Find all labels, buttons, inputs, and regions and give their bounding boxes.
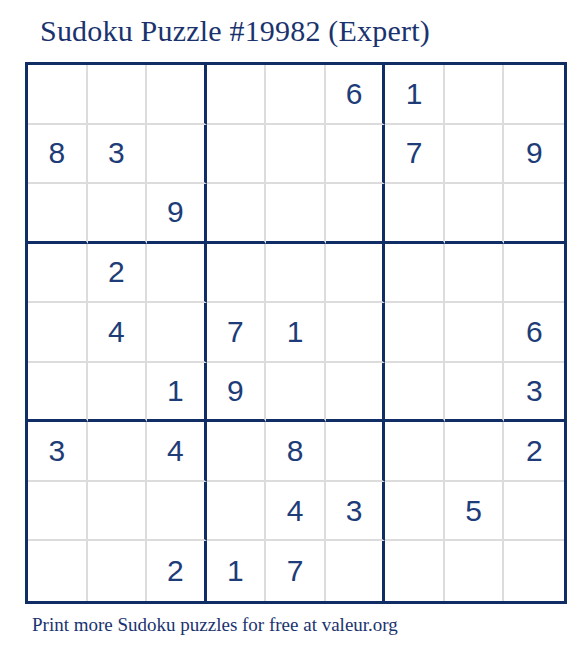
cell-r5c2[interactable]: 4 <box>88 303 148 363</box>
cell-r3c5[interactable] <box>266 184 326 244</box>
cell-r8c6[interactable]: 3 <box>326 482 386 542</box>
cell-r7c2[interactable] <box>88 422 148 482</box>
footer-text: Print more Sudoku puzzles for free at va… <box>32 614 398 636</box>
cell-r2c7[interactable]: 7 <box>385 125 445 185</box>
cell-r1c6[interactable]: 6 <box>326 65 386 125</box>
cell-r3c1[interactable] <box>28 184 88 244</box>
cell-r4c8[interactable] <box>445 244 505 304</box>
cell-r8c1[interactable] <box>28 482 88 542</box>
cell-r8c4[interactable] <box>207 482 267 542</box>
cell-r3c4[interactable] <box>207 184 267 244</box>
cell-r4c7[interactable] <box>385 244 445 304</box>
cell-r6c2[interactable] <box>88 363 148 423</box>
cell-r9c4[interactable]: 1 <box>207 541 267 601</box>
sudoku-board: 6183799247161933482435217 <box>25 62 567 604</box>
cell-r6c4[interactable]: 9 <box>207 363 267 423</box>
cell-r9c5[interactable]: 7 <box>266 541 326 601</box>
cell-r1c7[interactable]: 1 <box>385 65 445 125</box>
cell-r7c6[interactable] <box>326 422 386 482</box>
cell-r3c7[interactable] <box>385 184 445 244</box>
cell-r5c3[interactable] <box>147 303 207 363</box>
cell-r2c5[interactable] <box>266 125 326 185</box>
cell-r2c9[interactable]: 9 <box>504 125 564 185</box>
cell-r6c8[interactable] <box>445 363 505 423</box>
cell-r3c2[interactable] <box>88 184 148 244</box>
cell-r3c8[interactable] <box>445 184 505 244</box>
cell-r5c5[interactable]: 1 <box>266 303 326 363</box>
cell-r7c5[interactable]: 8 <box>266 422 326 482</box>
cell-r3c6[interactable] <box>326 184 386 244</box>
cell-r3c3[interactable]: 9 <box>147 184 207 244</box>
cell-r1c9[interactable] <box>504 65 564 125</box>
cell-r6c9[interactable]: 3 <box>504 363 564 423</box>
cell-r6c7[interactable] <box>385 363 445 423</box>
cell-r4c4[interactable] <box>207 244 267 304</box>
cell-r2c3[interactable] <box>147 125 207 185</box>
cell-r2c1[interactable]: 8 <box>28 125 88 185</box>
cell-r5c4[interactable]: 7 <box>207 303 267 363</box>
cell-r5c7[interactable] <box>385 303 445 363</box>
cell-r9c2[interactable] <box>88 541 148 601</box>
cell-r9c3[interactable]: 2 <box>147 541 207 601</box>
cell-r1c2[interactable] <box>88 65 148 125</box>
cell-r9c6[interactable] <box>326 541 386 601</box>
cell-r8c3[interactable] <box>147 482 207 542</box>
cell-r4c3[interactable] <box>147 244 207 304</box>
cell-r3c9[interactable] <box>504 184 564 244</box>
cell-r8c8[interactable]: 5 <box>445 482 505 542</box>
cell-r9c9[interactable] <box>504 541 564 601</box>
cell-r1c8[interactable] <box>445 65 505 125</box>
cell-r1c3[interactable] <box>147 65 207 125</box>
cell-r8c9[interactable] <box>504 482 564 542</box>
cell-r1c1[interactable] <box>28 65 88 125</box>
cell-r6c1[interactable] <box>28 363 88 423</box>
cell-r4c5[interactable] <box>266 244 326 304</box>
cell-r7c3[interactable]: 4 <box>147 422 207 482</box>
cell-r1c5[interactable] <box>266 65 326 125</box>
cell-r8c2[interactable] <box>88 482 148 542</box>
cell-r7c9[interactable]: 2 <box>504 422 564 482</box>
cell-r6c6[interactable] <box>326 363 386 423</box>
cell-r5c9[interactable]: 6 <box>504 303 564 363</box>
cell-r6c5[interactable] <box>266 363 326 423</box>
cell-r2c6[interactable] <box>326 125 386 185</box>
cell-r2c4[interactable] <box>207 125 267 185</box>
cell-r1c4[interactable] <box>207 65 267 125</box>
cell-r4c9[interactable] <box>504 244 564 304</box>
page-title: Sudoku Puzzle #19982 (Expert) <box>40 14 580 48</box>
cell-r4c1[interactable] <box>28 244 88 304</box>
cell-r2c2[interactable]: 3 <box>88 125 148 185</box>
cell-r8c7[interactable] <box>385 482 445 542</box>
cell-r6c3[interactable]: 1 <box>147 363 207 423</box>
cell-r8c5[interactable]: 4 <box>266 482 326 542</box>
cell-r4c2[interactable]: 2 <box>88 244 148 304</box>
cell-r9c1[interactable] <box>28 541 88 601</box>
cell-r5c1[interactable] <box>28 303 88 363</box>
cell-r5c8[interactable] <box>445 303 505 363</box>
cell-r7c8[interactable] <box>445 422 505 482</box>
cell-r5c6[interactable] <box>326 303 386 363</box>
cell-r7c4[interactable] <box>207 422 267 482</box>
cell-r2c8[interactable] <box>445 125 505 185</box>
cell-r7c7[interactable] <box>385 422 445 482</box>
cell-r7c1[interactable]: 3 <box>28 422 88 482</box>
cell-r9c8[interactable] <box>445 541 505 601</box>
cell-r4c6[interactable] <box>326 244 386 304</box>
cell-r9c7[interactable] <box>385 541 445 601</box>
